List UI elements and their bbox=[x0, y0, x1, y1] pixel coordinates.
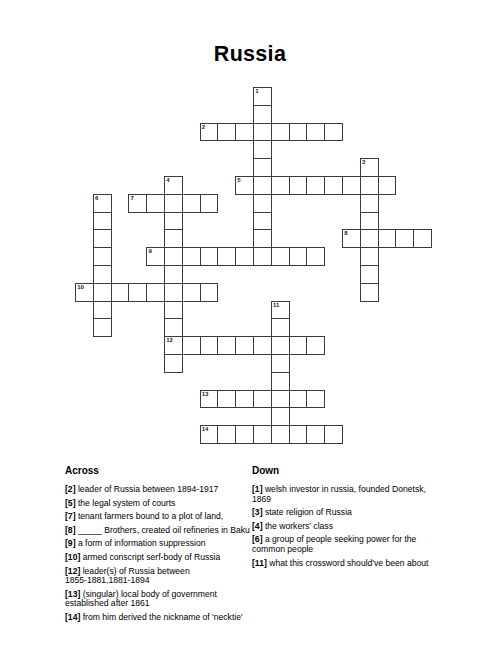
clue-across-14: [14] from him derived the nickname of 'n… bbox=[65, 613, 258, 623]
grid-cell-r9c16[interactable] bbox=[360, 247, 379, 266]
grid-cell-r6c3[interactable]: 7 bbox=[128, 194, 147, 213]
grid-cell-r0c10[interactable]: 1 bbox=[253, 87, 272, 106]
cell-number-9: 9 bbox=[148, 248, 151, 255]
down-clue-list: [1] welsh investor in russia, founded Do… bbox=[252, 485, 445, 568]
clue-num-label: [5] bbox=[65, 498, 76, 508]
grid-cell-r5c14[interactable] bbox=[324, 176, 343, 195]
cell-number-2: 2 bbox=[202, 124, 205, 131]
grid-cell-r2c12[interactable] bbox=[289, 123, 308, 142]
cell-number-5: 5 bbox=[237, 177, 240, 184]
grid-cell-r14c13[interactable] bbox=[306, 336, 325, 355]
clue-num-label: [8] bbox=[65, 525, 76, 535]
grid-cell-r13c11[interactable] bbox=[271, 318, 290, 337]
clue-down-3: [3] state religion of Russia bbox=[252, 508, 445, 518]
grid-cell-r7c10[interactable] bbox=[253, 212, 272, 231]
grid-cell-r11c16[interactable] bbox=[360, 283, 379, 302]
clue-across-10: [10] armed conscript serf-body of Russia bbox=[65, 553, 258, 563]
clue-down-4: [4] the workers' class bbox=[252, 522, 445, 532]
grid-cell-r10c16[interactable] bbox=[360, 265, 379, 284]
grid-cell-r3c10[interactable] bbox=[253, 140, 272, 159]
grid-cell-r17c7[interactable]: 13 bbox=[200, 390, 219, 409]
grid-cell-r1c10[interactable] bbox=[253, 105, 272, 124]
grid-cell-r9c7[interactable] bbox=[200, 247, 219, 266]
grid-cell-r11c0[interactable]: 10 bbox=[75, 283, 94, 302]
grid-cell-r9c10[interactable] bbox=[253, 247, 272, 266]
clues-down-section: Down [1] welsh investor in russia, found… bbox=[252, 465, 445, 572]
clue-num-label: [6] bbox=[252, 534, 263, 544]
grid-cell-r6c10[interactable] bbox=[253, 194, 272, 213]
grid-cell-r5c9[interactable]: 5 bbox=[235, 176, 254, 195]
grid-cell-r5c11[interactable] bbox=[271, 176, 290, 195]
grid-cell-r2c10[interactable] bbox=[253, 123, 272, 142]
clue-across-7: [7] tenant farmers bound to a plot of la… bbox=[65, 512, 258, 522]
cell-number-14: 14 bbox=[202, 426, 209, 433]
grid-cell-r14c5[interactable]: 12 bbox=[164, 336, 183, 355]
grid-cell-r19c11[interactable] bbox=[271, 425, 290, 444]
across-clue-list: [2] leader of Russia between 1894-1917[5… bbox=[65, 485, 258, 623]
clue-num-label: [14] bbox=[65, 612, 80, 622]
grid-cell-r8c10[interactable] bbox=[253, 229, 272, 248]
grid-cell-r16c11[interactable] bbox=[271, 372, 290, 391]
grid-cell-r19c13[interactable] bbox=[306, 425, 325, 444]
grid-cell-r19c14[interactable] bbox=[324, 425, 343, 444]
grid-cell-r6c5[interactable] bbox=[164, 194, 183, 213]
grid-cell-r9c11[interactable] bbox=[271, 247, 290, 266]
grid-cell-r12c1[interactable] bbox=[93, 301, 112, 320]
clue-num-label: [13] bbox=[65, 589, 80, 599]
grid-cell-r12c11[interactable]: 11 bbox=[271, 301, 290, 320]
grid-cell-r11c4[interactable] bbox=[146, 283, 165, 302]
clue-num-label: [3] bbox=[252, 507, 263, 517]
grid-cell-r11c6[interactable] bbox=[182, 283, 201, 302]
grid-cell-r8c18[interactable] bbox=[395, 229, 414, 248]
grid-cell-r6c6[interactable] bbox=[182, 194, 201, 213]
cell-number-7: 7 bbox=[131, 195, 134, 202]
clue-line: common people bbox=[252, 545, 445, 555]
grid-cell-r8c15[interactable]: 8 bbox=[342, 229, 361, 248]
grid-cell-r2c11[interactable] bbox=[271, 123, 290, 142]
grid-cell-r12c5[interactable] bbox=[164, 301, 183, 320]
grid-cell-r11c1[interactable] bbox=[93, 283, 112, 302]
grid-cell-r8c17[interactable] bbox=[378, 229, 397, 248]
clue-down-6: [6] a group of people seeking power for … bbox=[252, 535, 445, 554]
grid-cell-r2c13[interactable] bbox=[306, 123, 325, 142]
clue-across-5: [5] the legal system of courts bbox=[65, 499, 258, 509]
clue-num-label: [10] bbox=[65, 552, 80, 562]
grid-cell-r8c5[interactable] bbox=[164, 229, 183, 248]
grid-cell-r17c12[interactable] bbox=[289, 390, 308, 409]
grid-cell-r17c10[interactable] bbox=[253, 390, 272, 409]
cell-number-11: 11 bbox=[273, 302, 279, 309]
puzzle-title: Russia bbox=[0, 42, 500, 67]
grid-cell-r9c5[interactable] bbox=[164, 247, 183, 266]
grid-cell-r5c13[interactable] bbox=[306, 176, 325, 195]
page: { "game": "crossword", "title": "Russia"… bbox=[0, 0, 500, 647]
grid-cell-r14c10[interactable] bbox=[253, 336, 272, 355]
clue-across-13: [13] (singular) local body of government… bbox=[65, 590, 258, 609]
grid-cell-r2c7[interactable]: 2 bbox=[200, 123, 219, 142]
clue-num-label: [2] bbox=[65, 484, 76, 494]
grid-cell-r14c12[interactable] bbox=[289, 336, 308, 355]
grid-cell-r19c10[interactable] bbox=[253, 425, 272, 444]
grid-cell-r2c8[interactable] bbox=[217, 123, 236, 142]
grid-cell-r5c12[interactable] bbox=[289, 176, 308, 195]
grid-cell-r9c4[interactable]: 9 bbox=[146, 247, 165, 266]
grid-cell-r13c5[interactable] bbox=[164, 318, 183, 337]
clue-down-11: [11] what this crossword should've been … bbox=[252, 559, 445, 569]
grid-cell-r9c12[interactable] bbox=[289, 247, 308, 266]
clue-across-9: [9] a form of information suppression bbox=[65, 539, 258, 549]
grid-cell-r17c11[interactable] bbox=[271, 390, 290, 409]
grid-cell-r11c7[interactable] bbox=[200, 283, 219, 302]
cell-number-13: 13 bbox=[202, 391, 209, 398]
grid-cell-r5c5[interactable]: 4 bbox=[164, 176, 183, 195]
clues-across-section: Across [2] leader of Russia between 1894… bbox=[65, 465, 258, 627]
cell-number-3: 3 bbox=[362, 159, 365, 166]
cell-number-6: 6 bbox=[95, 195, 98, 202]
grid-cell-r5c15[interactable] bbox=[342, 176, 361, 195]
grid-cell-r14c7[interactable] bbox=[200, 336, 219, 355]
grid-cell-r5c16[interactable] bbox=[360, 176, 379, 195]
grid-cell-r2c14[interactable] bbox=[324, 123, 343, 142]
crossword-grid: 1234567891011121314 bbox=[75, 87, 431, 443]
grid-cell-r14c8[interactable] bbox=[217, 336, 236, 355]
clue-num-label: [11] bbox=[252, 558, 267, 568]
grid-cell-r14c6[interactable] bbox=[182, 336, 201, 355]
grid-cell-r8c1[interactable] bbox=[93, 229, 112, 248]
grid-cell-r18c11[interactable] bbox=[271, 407, 290, 426]
cell-number-4: 4 bbox=[166, 177, 169, 184]
grid-cell-r6c4[interactable] bbox=[146, 194, 165, 213]
cell-number-10: 10 bbox=[77, 284, 84, 291]
clue-down-1: [1] welsh investor in russia, founded Do… bbox=[252, 485, 445, 504]
cell-number-1: 1 bbox=[255, 88, 258, 95]
clue-num-label: [1] bbox=[252, 484, 263, 494]
grid-cell-r17c9[interactable] bbox=[235, 390, 254, 409]
grid-cell-r6c16[interactable] bbox=[360, 194, 379, 213]
grid-cell-r6c1[interactable]: 6 bbox=[93, 194, 112, 213]
down-heading: Down bbox=[252, 465, 445, 476]
clue-line: established after 1861 bbox=[65, 599, 258, 609]
grid-cell-r14c9[interactable] bbox=[235, 336, 254, 355]
cell-number-8: 8 bbox=[344, 230, 347, 237]
grid-cell-r10c5[interactable] bbox=[164, 265, 183, 284]
clue-line: 1855-1881,1881-1894 bbox=[65, 576, 258, 586]
grid-cell-r6c7[interactable] bbox=[200, 194, 219, 213]
grid-cell-r11c3[interactable] bbox=[128, 283, 147, 302]
grid-cell-r19c8[interactable] bbox=[217, 425, 236, 444]
grid-cell-r17c8[interactable] bbox=[217, 390, 236, 409]
grid-cell-r15c11[interactable] bbox=[271, 354, 290, 373]
clue-across-8: [8] _____ Brothers, created oil refineri… bbox=[65, 526, 258, 536]
clue-num-label: [12] bbox=[65, 566, 80, 576]
grid-cell-r19c9[interactable] bbox=[235, 425, 254, 444]
grid-cell-r7c5[interactable] bbox=[164, 212, 183, 231]
grid-cell-r14c11[interactable] bbox=[271, 336, 290, 355]
grid-cell-r19c12[interactable] bbox=[289, 425, 308, 444]
grid-cell-r4c16[interactable]: 3 bbox=[360, 158, 379, 177]
grid-cell-r2c9[interactable] bbox=[235, 123, 254, 142]
clue-across-12: [12] leader(s) of Russia between1855-188… bbox=[65, 567, 258, 586]
grid-cell-r9c13[interactable] bbox=[306, 247, 325, 266]
cell-number-12: 12 bbox=[166, 337, 173, 344]
grid-cell-r4c10[interactable] bbox=[253, 158, 272, 177]
clue-num-label: [4] bbox=[252, 521, 263, 531]
grid-cell-r17c13[interactable] bbox=[306, 390, 325, 409]
clue-num-label: [9] bbox=[65, 538, 76, 548]
grid-cell-r10c1[interactable] bbox=[93, 265, 112, 284]
grid-cell-r19c7[interactable]: 14 bbox=[200, 425, 219, 444]
grid-cell-r11c2[interactable] bbox=[111, 283, 130, 302]
grid-cell-r15c5[interactable] bbox=[164, 354, 183, 373]
grid-cell-r5c10[interactable] bbox=[253, 176, 272, 195]
grid-cell-r11c5[interactable] bbox=[164, 283, 183, 302]
grid-cell-r13c1[interactable] bbox=[93, 318, 112, 337]
grid-cell-r8c16[interactable] bbox=[360, 229, 379, 248]
grid-cell-r9c9[interactable] bbox=[235, 247, 254, 266]
grid-cell-r9c6[interactable] bbox=[182, 247, 201, 266]
grid-cell-r9c8[interactable] bbox=[217, 247, 236, 266]
grid-cell-r8c19[interactable] bbox=[413, 229, 432, 248]
grid-cell-r9c1[interactable] bbox=[93, 247, 112, 266]
clue-num-label: [7] bbox=[65, 511, 76, 521]
grid-cell-r7c16[interactable] bbox=[360, 212, 379, 231]
clue-line: 1869 bbox=[252, 495, 445, 505]
clue-across-2: [2] leader of Russia between 1894-1917 bbox=[65, 485, 258, 495]
grid-cell-r5c17[interactable] bbox=[378, 176, 397, 195]
grid-cell-r7c1[interactable] bbox=[93, 212, 112, 231]
across-heading: Across bbox=[65, 465, 258, 476]
